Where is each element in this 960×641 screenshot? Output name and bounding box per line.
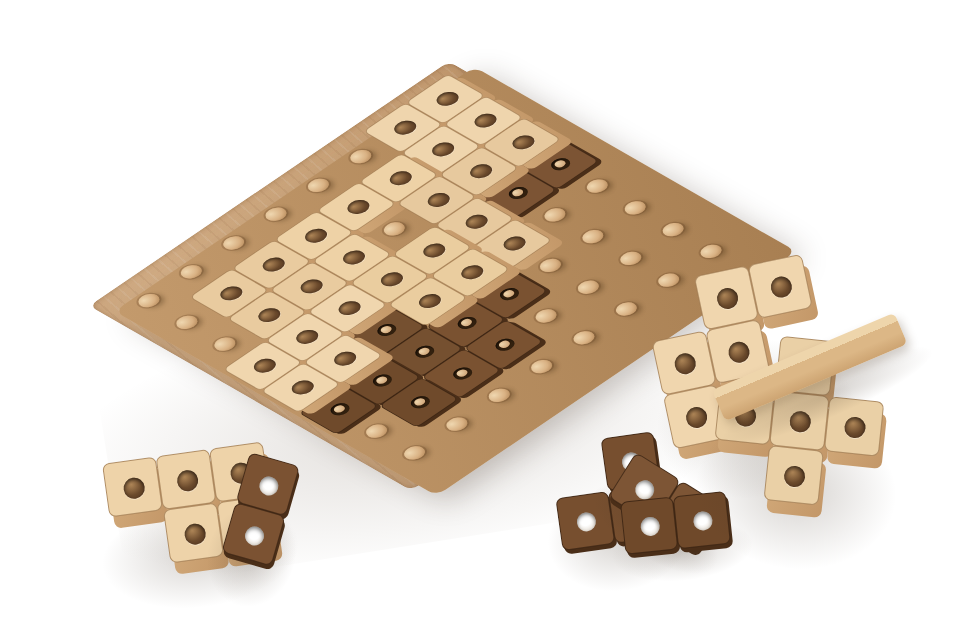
piece-top-face xyxy=(155,449,216,510)
peg-hole xyxy=(418,241,449,261)
peg-hole xyxy=(122,476,146,500)
peg-hole xyxy=(427,140,458,160)
peg xyxy=(582,177,612,196)
peg-through-hole xyxy=(459,318,474,328)
peg-hole xyxy=(287,378,318,398)
peg-through-hole xyxy=(552,159,567,169)
peg-hole xyxy=(342,197,373,217)
peg-hole xyxy=(449,365,476,382)
peg xyxy=(569,328,599,347)
peg-hole xyxy=(454,314,481,331)
peg-hole xyxy=(492,336,519,353)
peg-hole xyxy=(727,340,752,365)
peg xyxy=(658,220,688,239)
peg-through-hole xyxy=(501,289,516,299)
peg-through-hole xyxy=(497,339,512,349)
peg-hole xyxy=(300,226,331,246)
piece-top-face xyxy=(748,254,813,319)
peg xyxy=(346,147,376,166)
peg-hole xyxy=(407,394,434,411)
peg-hole xyxy=(369,372,396,389)
peg-through-hole xyxy=(378,325,393,335)
peg xyxy=(400,444,430,463)
peg-hole xyxy=(469,111,500,131)
peg-hole xyxy=(783,465,806,488)
peg-hole xyxy=(389,118,420,138)
peg xyxy=(304,176,334,195)
peg xyxy=(442,415,472,434)
peg xyxy=(210,335,240,354)
peg-hole xyxy=(673,351,698,376)
peg-hole xyxy=(465,161,496,181)
peg-hole xyxy=(257,474,281,498)
peg-hole xyxy=(295,277,326,297)
peg-hole xyxy=(496,286,523,303)
peg xyxy=(574,278,604,297)
peg-hole xyxy=(505,185,532,202)
peg-hole xyxy=(460,212,491,232)
product-photo-stage xyxy=(0,0,960,641)
peg xyxy=(177,262,207,281)
piece-top-face xyxy=(763,445,823,505)
peg-hole xyxy=(576,511,597,532)
peg xyxy=(612,300,642,319)
peg xyxy=(616,249,646,268)
peg-hole xyxy=(215,284,246,304)
peg xyxy=(134,291,164,310)
peg xyxy=(540,206,570,225)
peg-through-hole xyxy=(332,404,347,414)
peg xyxy=(484,386,514,405)
peg-hole xyxy=(258,255,289,275)
peg-hole xyxy=(373,322,400,339)
peg xyxy=(578,227,608,246)
peg-through-hole xyxy=(416,346,431,356)
peg-through-hole xyxy=(454,368,469,378)
peg-hole xyxy=(507,133,538,153)
peg-hole xyxy=(338,248,369,268)
peg xyxy=(362,422,392,441)
peg-hole xyxy=(291,327,322,347)
peg-through-hole xyxy=(510,188,525,198)
peg-through-hole xyxy=(412,397,427,407)
peg xyxy=(219,234,249,253)
peg-hole xyxy=(843,416,866,439)
peg xyxy=(531,307,561,326)
peg-through-hole xyxy=(374,375,389,385)
peg-hole xyxy=(253,305,284,325)
piece-top-face xyxy=(102,456,163,517)
piece-top-face xyxy=(620,496,678,554)
peg-hole xyxy=(547,156,574,173)
peg-hole xyxy=(333,298,364,318)
peg xyxy=(261,205,291,224)
peg-hole xyxy=(327,401,354,418)
peg-hole xyxy=(456,263,487,283)
peg-hole xyxy=(684,405,709,430)
peg-hole xyxy=(498,234,529,254)
peg-hole xyxy=(411,343,438,360)
peg-hole xyxy=(242,524,266,548)
peg-hole xyxy=(414,291,445,311)
peg-hole xyxy=(183,522,207,546)
peg-hole xyxy=(385,169,416,189)
peg-hole xyxy=(249,356,280,376)
peg xyxy=(654,271,684,290)
peg-hole xyxy=(715,286,740,311)
peg-hole xyxy=(329,349,360,369)
peg xyxy=(620,199,650,218)
peg xyxy=(696,242,726,261)
peg-hole xyxy=(769,275,794,300)
peg-hole xyxy=(640,516,661,537)
peg-hole xyxy=(423,190,454,210)
peg xyxy=(172,313,202,332)
peg-hole xyxy=(376,270,407,290)
peg-hole xyxy=(175,468,199,492)
peg-hole xyxy=(431,89,462,109)
peg xyxy=(527,357,557,376)
